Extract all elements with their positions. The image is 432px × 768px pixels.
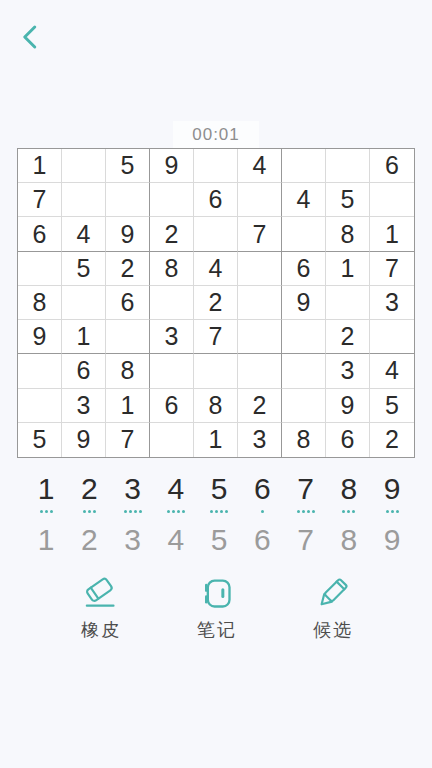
grid-cell[interactable]: 1 bbox=[106, 389, 150, 423]
dot bbox=[45, 510, 48, 513]
grid-cell[interactable]: 7 bbox=[106, 423, 150, 457]
grid-cell[interactable]: 6 bbox=[326, 423, 370, 457]
grid-cell[interactable] bbox=[238, 286, 282, 320]
grid-cell[interactable] bbox=[62, 149, 106, 183]
grid-cell[interactable]: 5 bbox=[106, 149, 150, 183]
grid-cell[interactable] bbox=[282, 149, 326, 183]
grid-cell[interactable]: 8 bbox=[326, 217, 370, 251]
remaining-dots bbox=[261, 509, 264, 513]
notes-label: 笔记 bbox=[197, 618, 237, 642]
pencil-icon bbox=[313, 574, 353, 614]
grid-cell[interactable]: 6 bbox=[18, 217, 62, 251]
grid-cell[interactable]: 2 bbox=[326, 320, 370, 354]
grid-cell[interactable] bbox=[150, 354, 194, 388]
pad-column: 99 bbox=[373, 472, 411, 557]
eraser-button[interactable]: 橡皮 bbox=[58, 574, 144, 642]
remaining-dots bbox=[342, 509, 355, 513]
grid-cell[interactable] bbox=[238, 354, 282, 388]
chevron-left-icon bbox=[16, 22, 46, 52]
grid-cell[interactable]: 7 bbox=[194, 320, 238, 354]
grid-cell[interactable] bbox=[282, 389, 326, 423]
back-button[interactable] bbox=[16, 22, 46, 52]
pad-column: 88 bbox=[330, 472, 368, 557]
grid-cell[interactable]: 2 bbox=[106, 252, 150, 286]
pad-digit-2[interactable]: 2 bbox=[81, 472, 98, 506]
pad-digit-6[interactable]: 6 bbox=[254, 472, 271, 506]
dot bbox=[93, 510, 96, 513]
timer-strip: 00:01 bbox=[173, 121, 259, 148]
grid-cell[interactable] bbox=[18, 252, 62, 286]
dot bbox=[396, 510, 399, 513]
grid-cell[interactable]: 1 bbox=[18, 149, 62, 183]
grid-cell[interactable]: 4 bbox=[62, 217, 106, 251]
pad-digit-5[interactable]: 5 bbox=[211, 472, 228, 506]
pad-digit-3[interactable]: 3 bbox=[124, 472, 141, 506]
dot bbox=[225, 510, 228, 513]
grid-cell[interactable]: 1 bbox=[326, 252, 370, 286]
grid-cell[interactable] bbox=[62, 183, 106, 217]
pad-column: 55 bbox=[200, 472, 238, 557]
grid-cell[interactable] bbox=[370, 320, 414, 354]
grid-cell[interactable]: 1 bbox=[370, 217, 414, 251]
dot bbox=[172, 510, 175, 513]
dot bbox=[129, 510, 132, 513]
eraser-label: 橡皮 bbox=[81, 618, 121, 642]
grid-cell[interactable]: 4 bbox=[194, 252, 238, 286]
remaining-dots bbox=[40, 509, 53, 513]
grid-cell[interactable]: 2 bbox=[238, 389, 282, 423]
candidates-label: 候选 bbox=[313, 618, 353, 642]
remaining-dots bbox=[297, 509, 315, 513]
grid-cell[interactable] bbox=[282, 320, 326, 354]
pad-digit-8[interactable]: 8 bbox=[340, 472, 357, 506]
pad-column: 77 bbox=[287, 472, 325, 557]
grid-cell[interactable]: 9 bbox=[326, 389, 370, 423]
grid-cell[interactable]: 3 bbox=[326, 354, 370, 388]
dot bbox=[347, 510, 350, 513]
dot bbox=[88, 510, 91, 513]
grid-cell[interactable]: 8 bbox=[282, 423, 326, 457]
dot bbox=[302, 510, 305, 513]
grid-cell[interactable]: 4 bbox=[238, 149, 282, 183]
grid-cell[interactable]: 8 bbox=[18, 286, 62, 320]
dot bbox=[134, 510, 137, 513]
grid-cell[interactable]: 9 bbox=[150, 149, 194, 183]
grid-cell[interactable]: 7 bbox=[18, 183, 62, 217]
remaining-dots bbox=[167, 509, 185, 513]
candidates-button[interactable]: 候选 bbox=[290, 574, 376, 642]
eraser-icon bbox=[81, 574, 121, 614]
grid-cell[interactable]: 6 bbox=[370, 149, 414, 183]
grid-cell[interactable]: 1 bbox=[62, 320, 106, 354]
pad-note-digit-5[interactable]: 5 bbox=[211, 523, 228, 557]
grid-cell[interactable] bbox=[106, 320, 150, 354]
grid-cell[interactable]: 3 bbox=[370, 286, 414, 320]
dot bbox=[40, 510, 43, 513]
pad-note-digit-4[interactable]: 4 bbox=[167, 523, 184, 557]
remaining-dots bbox=[210, 509, 228, 513]
grid-cell[interactable]: 1 bbox=[194, 423, 238, 457]
grid-cell[interactable]: 6 bbox=[282, 252, 326, 286]
dot bbox=[352, 510, 355, 513]
dot bbox=[167, 510, 170, 513]
grid-cell[interactable] bbox=[282, 354, 326, 388]
pad-note-digit-7[interactable]: 7 bbox=[297, 523, 314, 557]
grid-cell[interactable]: 3 bbox=[62, 389, 106, 423]
pad-column: 66 bbox=[243, 472, 281, 557]
pad-note-digit-2[interactable]: 2 bbox=[81, 523, 98, 557]
grid-cell[interactable]: 3 bbox=[150, 320, 194, 354]
grid-cell[interactable] bbox=[194, 149, 238, 183]
grid-cell[interactable] bbox=[238, 252, 282, 286]
grid-cell[interactable] bbox=[150, 286, 194, 320]
pad-note-digit-8[interactable]: 8 bbox=[340, 523, 357, 557]
pad-column: 44 bbox=[157, 472, 195, 557]
grid-cell[interactable]: 9 bbox=[106, 217, 150, 251]
dot bbox=[312, 510, 315, 513]
grid-cell[interactable]: 9 bbox=[282, 286, 326, 320]
notebook-icon bbox=[197, 574, 237, 614]
grid-cell[interactable] bbox=[18, 354, 62, 388]
grid-cell[interactable]: 7 bbox=[238, 217, 282, 251]
grid-cell[interactable]: 5 bbox=[18, 423, 62, 457]
grid-cell[interactable]: 5 bbox=[62, 252, 106, 286]
pad-column: 33 bbox=[114, 472, 152, 557]
dot bbox=[307, 510, 310, 513]
grid-cell[interactable]: 2 bbox=[150, 217, 194, 251]
pad-column: 11 bbox=[27, 472, 65, 557]
grid-cell[interactable] bbox=[238, 183, 282, 217]
dot bbox=[297, 510, 300, 513]
grid-cell[interactable]: 5 bbox=[370, 389, 414, 423]
grid-cell[interactable]: 6 bbox=[62, 354, 106, 388]
dot bbox=[342, 510, 345, 513]
remaining-dots bbox=[124, 509, 142, 513]
grid-cell[interactable]: 4 bbox=[370, 354, 414, 388]
grid-cell[interactable] bbox=[282, 217, 326, 251]
grid-cell[interactable]: 8 bbox=[106, 354, 150, 388]
dot bbox=[182, 510, 185, 513]
grid-cell[interactable] bbox=[106, 183, 150, 217]
grid-cell[interactable]: 6 bbox=[194, 183, 238, 217]
dot bbox=[220, 510, 223, 513]
dot bbox=[50, 510, 53, 513]
pad-note-digit-9[interactable]: 9 bbox=[384, 523, 401, 557]
pad-note-digit-6[interactable]: 6 bbox=[254, 523, 271, 557]
dot bbox=[261, 510, 264, 513]
grid-cell[interactable]: 5 bbox=[326, 183, 370, 217]
grid-cell[interactable] bbox=[370, 183, 414, 217]
grid-cell[interactable]: 6 bbox=[106, 286, 150, 320]
toolbar: 橡皮 笔记 候选 bbox=[58, 574, 376, 642]
grid-cell[interactable]: 9 bbox=[18, 320, 62, 354]
dot bbox=[124, 510, 127, 513]
grid-cell[interactable]: 6 bbox=[150, 389, 194, 423]
remaining-dots bbox=[83, 509, 96, 513]
pad-digit-4[interactable]: 4 bbox=[167, 472, 184, 506]
grid-cell[interactable]: 4 bbox=[282, 183, 326, 217]
pad-digit-7[interactable]: 7 bbox=[297, 472, 314, 506]
grid-cell[interactable] bbox=[194, 354, 238, 388]
pad-note-digit-3[interactable]: 3 bbox=[124, 523, 141, 557]
dot bbox=[139, 510, 142, 513]
number-pad: 112233445566778899 bbox=[27, 472, 411, 557]
pad-digit-1[interactable]: 1 bbox=[38, 472, 55, 506]
grid-cell[interactable] bbox=[150, 423, 194, 457]
grid-cell[interactable] bbox=[194, 217, 238, 251]
grid-cell[interactable]: 9 bbox=[62, 423, 106, 457]
dot bbox=[210, 510, 213, 513]
grid-cell[interactable] bbox=[62, 286, 106, 320]
dot bbox=[215, 510, 218, 513]
grid-cell[interactable] bbox=[238, 320, 282, 354]
grid-cell[interactable]: 8 bbox=[194, 389, 238, 423]
dot bbox=[177, 510, 180, 513]
grid-cell[interactable]: 3 bbox=[238, 423, 282, 457]
pad-note-digit-1[interactable]: 1 bbox=[38, 523, 55, 557]
grid-cell[interactable]: 2 bbox=[370, 423, 414, 457]
grid-cell[interactable]: 2 bbox=[194, 286, 238, 320]
timer: 00:01 bbox=[192, 125, 240, 145]
grid-cell[interactable] bbox=[150, 183, 194, 217]
sudoku-board: 1594676456492781528461786293913726834316… bbox=[17, 148, 415, 458]
dot bbox=[391, 510, 394, 513]
pad-column: 22 bbox=[70, 472, 108, 557]
sudoku-screen: 00:01 1594676456492781528461786293913726… bbox=[0, 0, 432, 768]
grid-cell[interactable]: 8 bbox=[150, 252, 194, 286]
dot bbox=[386, 510, 389, 513]
pad-digit-9[interactable]: 9 bbox=[384, 472, 401, 506]
remaining-dots bbox=[386, 509, 399, 513]
grid-cell[interactable] bbox=[18, 389, 62, 423]
grid-cell[interactable] bbox=[326, 149, 370, 183]
dot bbox=[83, 510, 86, 513]
grid-cell[interactable] bbox=[326, 286, 370, 320]
grid-cell[interactable]: 7 bbox=[370, 252, 414, 286]
notes-button[interactable]: 笔记 bbox=[174, 574, 260, 642]
